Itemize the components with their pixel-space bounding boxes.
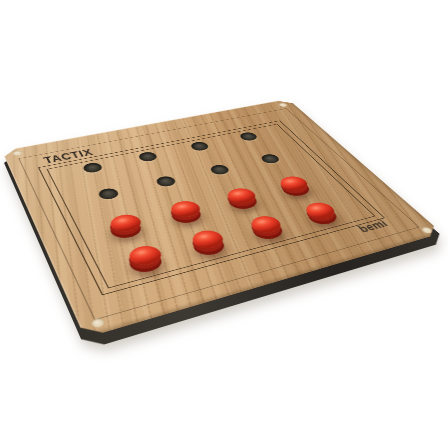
empty-hole-r1c1 [81,162,104,174]
empty-hole-r2c4 [258,153,281,165]
red-peg-r4c1[interactable] [125,243,165,268]
red-peg-r4c2[interactable] [188,228,227,251]
product-photo: TACTIX bemi [0,0,448,448]
empty-hole-r2c3 [208,164,231,176]
corner-peg-hole [278,103,288,108]
red-peg-r3c4[interactable] [276,174,312,193]
red-peg-r3c3[interactable] [223,186,260,206]
red-peg-r3c2[interactable] [167,199,204,220]
red-peg-r4c3[interactable] [246,213,285,235]
empty-hole-r1c4 [237,131,259,141]
red-peg-r4c4[interactable] [301,200,339,221]
empty-hole-r1c3 [188,141,210,152]
empty-hole-r2c1 [96,187,120,201]
corner-peg-hole [12,150,23,156]
board-scene: TACTIX bemi [0,0,448,448]
red-peg-r3c1[interactable] [107,212,145,234]
empty-hole-r1c2 [136,151,158,163]
corner-peg-hole [90,317,105,328]
board-plane: TACTIX bemi [2,99,442,338]
empty-hole-r2c2 [154,175,178,188]
